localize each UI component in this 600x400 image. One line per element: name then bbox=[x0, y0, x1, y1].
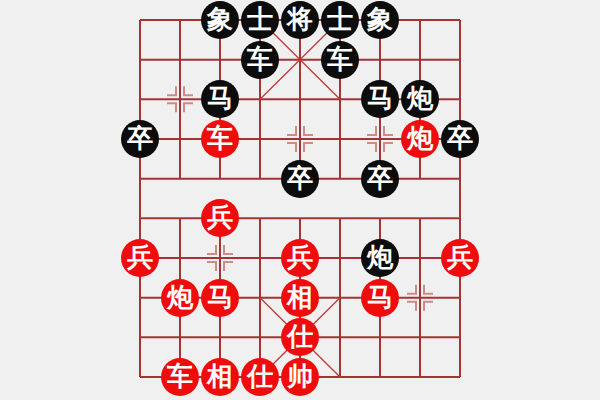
piece-red-chariot[interactable]: 车 bbox=[161, 358, 199, 396]
piece-glyph: 车 bbox=[167, 363, 193, 389]
piece-red-pawn[interactable]: 兵 bbox=[441, 239, 479, 277]
piece-red-chariot[interactable]: 车 bbox=[201, 120, 239, 158]
piece-red-elephant[interactable]: 相 bbox=[281, 279, 319, 317]
piece-glyph: 士 bbox=[247, 6, 273, 32]
piece-glyph: 卒 bbox=[367, 165, 393, 191]
piece-black-pawn[interactable]: 卒 bbox=[441, 120, 479, 158]
piece-glyph: 卒 bbox=[447, 125, 473, 151]
piece-red-pawn[interactable]: 兵 bbox=[281, 239, 319, 277]
piece-black-cannon[interactable]: 炮 bbox=[361, 239, 399, 277]
piece-glyph: 卒 bbox=[287, 165, 313, 191]
piece-black-chariot[interactable]: 车 bbox=[321, 41, 359, 79]
piece-red-horse[interactable]: 马 bbox=[361, 279, 399, 317]
piece-red-general[interactable]: 帅 bbox=[281, 358, 319, 396]
piece-glyph: 炮 bbox=[407, 125, 433, 151]
piece-glyph: 士 bbox=[327, 6, 353, 32]
piece-glyph: 相 bbox=[207, 363, 233, 389]
piece-glyph: 兵 bbox=[287, 244, 313, 270]
piece-glyph: 炮 bbox=[367, 244, 393, 270]
piece-glyph: 车 bbox=[327, 46, 353, 72]
piece-black-pawn[interactable]: 卒 bbox=[121, 120, 159, 158]
piece-glyph: 车 bbox=[247, 46, 273, 72]
piece-glyph: 炮 bbox=[407, 85, 433, 111]
piece-glyph: 仕 bbox=[247, 363, 273, 389]
piece-red-cannon[interactable]: 炮 bbox=[161, 279, 199, 317]
piece-glyph: 马 bbox=[207, 284, 233, 310]
piece-black-pawn[interactable]: 卒 bbox=[361, 160, 399, 198]
piece-black-advisor[interactable]: 士 bbox=[241, 1, 279, 39]
piece-glyph: 相 bbox=[287, 284, 313, 310]
piece-glyph: 将 bbox=[287, 6, 313, 32]
piece-red-advisor[interactable]: 仕 bbox=[241, 358, 279, 396]
piece-black-chariot[interactable]: 车 bbox=[241, 41, 279, 79]
piece-red-cannon[interactable]: 炮 bbox=[401, 120, 439, 158]
piece-red-horse[interactable]: 马 bbox=[201, 279, 239, 317]
piece-glyph: 马 bbox=[207, 85, 233, 111]
piece-glyph: 象 bbox=[367, 6, 393, 32]
piece-red-pawn[interactable]: 兵 bbox=[121, 239, 159, 277]
piece-black-general[interactable]: 将 bbox=[281, 1, 319, 39]
piece-glyph: 帅 bbox=[287, 363, 313, 389]
piece-glyph: 马 bbox=[367, 85, 393, 111]
piece-glyph: 兵 bbox=[207, 204, 233, 230]
piece-glyph: 兵 bbox=[127, 244, 153, 270]
piece-glyph: 卒 bbox=[127, 125, 153, 151]
piece-black-elephant[interactable]: 象 bbox=[361, 1, 399, 39]
piece-glyph: 炮 bbox=[167, 284, 193, 310]
piece-black-pawn[interactable]: 卒 bbox=[281, 160, 319, 198]
xiangqi-app-window: 象士将士象车车马马炮卒车炮卒卒卒兵兵兵炮兵炮马相马仕车相仕帅 bbox=[0, 0, 600, 400]
piece-glyph: 象 bbox=[207, 6, 233, 32]
piece-black-advisor[interactable]: 士 bbox=[321, 1, 359, 39]
piece-glyph: 仕 bbox=[287, 323, 313, 349]
piece-glyph: 车 bbox=[207, 125, 233, 151]
piece-black-elephant[interactable]: 象 bbox=[201, 1, 239, 39]
piece-glyph: 兵 bbox=[447, 244, 473, 270]
piece-glyph: 马 bbox=[367, 284, 393, 310]
piece-red-elephant[interactable]: 相 bbox=[201, 358, 239, 396]
